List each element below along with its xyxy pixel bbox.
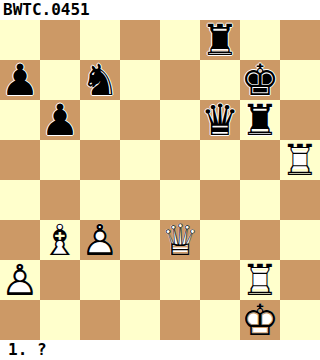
square-e1[interactable] <box>160 300 200 340</box>
square-g5[interactable] <box>240 140 280 180</box>
square-d4[interactable] <box>120 180 160 220</box>
square-d3[interactable] <box>120 220 160 260</box>
square-a5[interactable] <box>0 140 40 180</box>
square-c7[interactable]: ♞ <box>80 60 120 100</box>
square-b2[interactable] <box>40 260 80 300</box>
square-b6[interactable]: ♟ <box>40 100 80 140</box>
square-d1[interactable] <box>120 300 160 340</box>
black-pawn: ♟ <box>40 100 80 140</box>
black-rook: ♜ <box>240 100 280 140</box>
square-e3[interactable]: ♛♕ <box>160 220 200 260</box>
white-rook: ♜♖ <box>240 260 280 300</box>
square-c8[interactable] <box>80 20 120 60</box>
square-d2[interactable] <box>120 260 160 300</box>
black-rook: ♜ <box>200 20 240 60</box>
square-c2[interactable] <box>80 260 120 300</box>
square-f7[interactable] <box>200 60 240 100</box>
square-h2[interactable] <box>280 260 320 300</box>
square-f4[interactable] <box>200 180 240 220</box>
square-h8[interactable] <box>280 20 320 60</box>
square-c5[interactable] <box>80 140 120 180</box>
square-g3[interactable] <box>240 220 280 260</box>
square-h4[interactable] <box>280 180 320 220</box>
square-e8[interactable] <box>160 20 200 60</box>
square-g8[interactable] <box>240 20 280 60</box>
square-h5[interactable]: ♜♖ <box>280 140 320 180</box>
square-g1[interactable]: ♚♔ <box>240 300 280 340</box>
square-a6[interactable] <box>0 100 40 140</box>
move-prompt: 1. ? <box>8 340 47 360</box>
white-rook: ♜♖ <box>280 140 320 180</box>
white-king: ♚♔ <box>240 300 280 340</box>
square-g4[interactable] <box>240 180 280 220</box>
page-title: BWTC.0451 <box>3 0 90 20</box>
square-e2[interactable] <box>160 260 200 300</box>
square-f1[interactable] <box>200 300 240 340</box>
square-g7[interactable]: ♚ <box>240 60 280 100</box>
square-a7[interactable]: ♟ <box>0 60 40 100</box>
square-f8[interactable]: ♜ <box>200 20 240 60</box>
black-queen: ♛ <box>200 100 240 140</box>
square-e5[interactable] <box>160 140 200 180</box>
square-c4[interactable] <box>80 180 120 220</box>
chessboard: ♜♟♞♚♟♛♜♜♖♝♗♟♙♛♕♟♙♜♖♚♔ <box>0 20 320 340</box>
square-d8[interactable] <box>120 20 160 60</box>
square-g6[interactable]: ♜ <box>240 100 280 140</box>
square-a3[interactable] <box>0 220 40 260</box>
square-e6[interactable] <box>160 100 200 140</box>
white-queen: ♛♕ <box>160 220 200 260</box>
white-bishop: ♝♗ <box>40 220 80 260</box>
square-a1[interactable] <box>0 300 40 340</box>
square-f3[interactable] <box>200 220 240 260</box>
black-knight: ♞ <box>80 60 120 100</box>
square-b4[interactable] <box>40 180 80 220</box>
square-c1[interactable] <box>80 300 120 340</box>
square-a8[interactable] <box>0 20 40 60</box>
square-b8[interactable] <box>40 20 80 60</box>
square-c3[interactable]: ♟♙ <box>80 220 120 260</box>
square-d5[interactable] <box>120 140 160 180</box>
square-d7[interactable] <box>120 60 160 100</box>
black-pawn: ♟ <box>0 60 40 100</box>
square-b1[interactable] <box>40 300 80 340</box>
square-h3[interactable] <box>280 220 320 260</box>
square-a2[interactable]: ♟♙ <box>0 260 40 300</box>
square-a4[interactable] <box>0 180 40 220</box>
square-h1[interactable] <box>280 300 320 340</box>
square-e4[interactable] <box>160 180 200 220</box>
square-f2[interactable] <box>200 260 240 300</box>
square-h7[interactable] <box>280 60 320 100</box>
square-b7[interactable] <box>40 60 80 100</box>
white-pawn: ♟♙ <box>80 220 120 260</box>
square-h6[interactable] <box>280 100 320 140</box>
square-e7[interactable] <box>160 60 200 100</box>
square-c6[interactable] <box>80 100 120 140</box>
black-king: ♚ <box>240 60 280 100</box>
square-f5[interactable] <box>200 140 240 180</box>
square-b5[interactable] <box>40 140 80 180</box>
square-b3[interactable]: ♝♗ <box>40 220 80 260</box>
white-pawn: ♟♙ <box>0 260 40 300</box>
square-g2[interactable]: ♜♖ <box>240 260 280 300</box>
square-d6[interactable] <box>120 100 160 140</box>
square-f6[interactable]: ♛ <box>200 100 240 140</box>
